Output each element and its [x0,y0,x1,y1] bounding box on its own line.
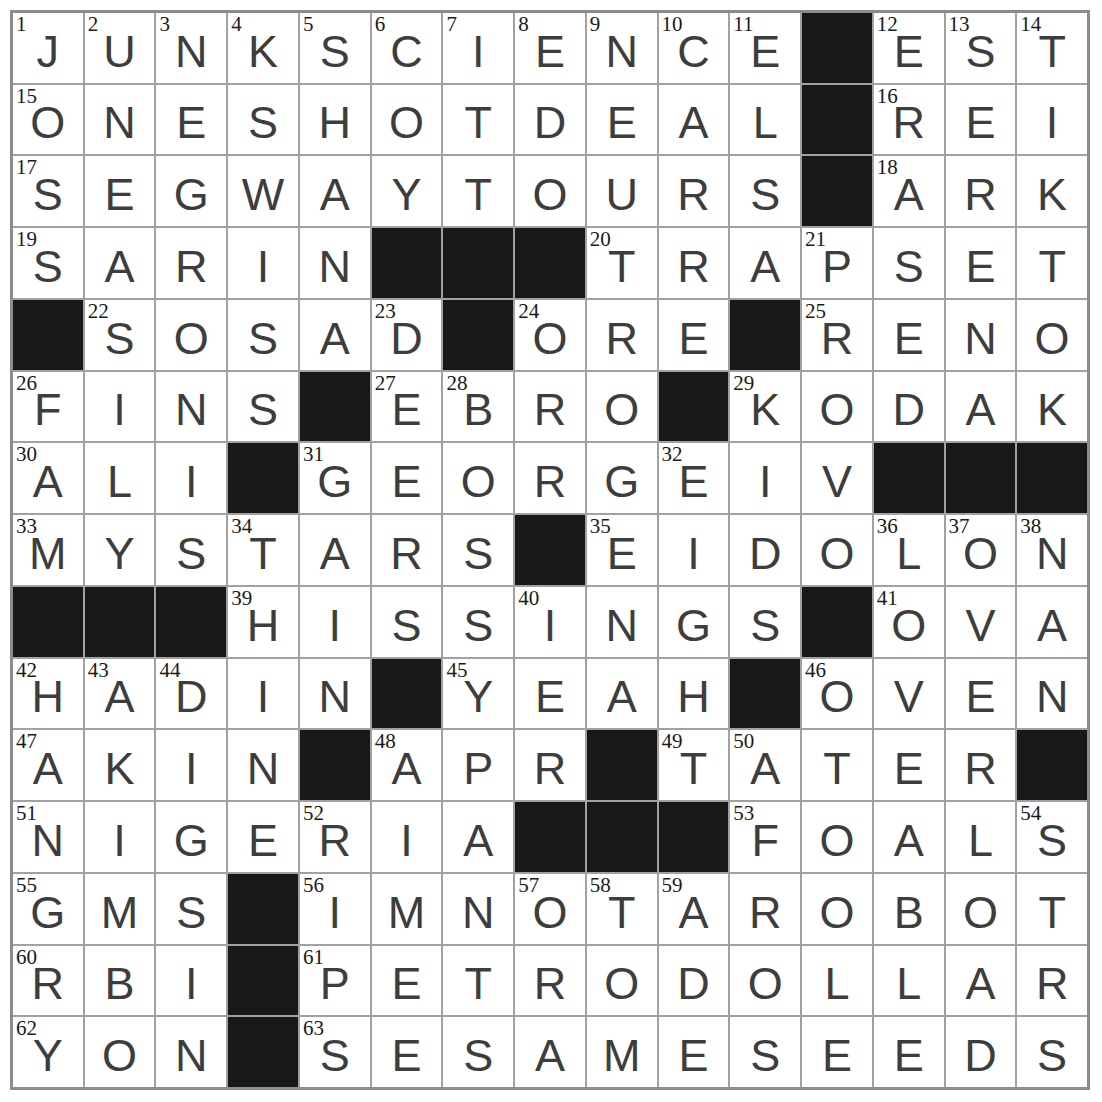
cell-letter: Y [443,674,513,719]
cell-r6c6[interactable]: 27E [372,372,442,442]
cell-r11c4[interactable]: N [228,730,298,800]
cell-letter: E [515,29,585,74]
cell-r5c2[interactable]: 22S [85,300,155,370]
cell-r12c14[interactable]: L [946,802,1016,872]
cell-r12c1[interactable]: 51N [13,802,83,872]
black-cell-r2c12 [802,85,872,155]
cell-r11c8[interactable]: R [515,730,585,800]
cell-r2c6[interactable]: O [372,85,442,155]
cell-letter: P [443,746,513,791]
cell-letter: T [802,746,872,791]
cell-r15c15[interactable]: S [1017,1017,1087,1087]
cell-r3c8[interactable]: O [515,156,585,226]
cell-letter: O [443,459,513,504]
cell-letter: H [228,603,298,648]
cell-r1c8[interactable]: 8E [515,13,585,83]
cell-r15c6[interactable]: E [372,1017,442,1087]
cell-r8c5[interactable]: A [300,515,370,585]
cell-r4c13[interactable]: S [874,228,944,298]
cell-r4c15[interactable]: T [1017,228,1087,298]
cell-r8c9[interactable]: 35E [587,515,657,585]
cell-r9c6[interactable]: S [372,587,442,657]
cell-r13c5[interactable]: 56I [300,874,370,944]
cell-r4c3[interactable]: R [156,228,226,298]
cell-r2c10[interactable]: A [659,85,729,155]
cell-letter: A [1017,603,1087,648]
cell-letter: S [228,100,298,145]
cell-letter: N [1017,531,1087,576]
cell-letter: O [156,316,226,361]
black-cell-r3c12 [802,156,872,226]
cell-r15c13[interactable]: E [874,1017,944,1087]
cell-r13c11[interactable]: R [730,874,800,944]
cell-r3c11[interactable]: S [730,156,800,226]
cell-r1c14[interactable]: 13S [946,13,1016,83]
cell-r3c4[interactable]: W [228,156,298,226]
cell-r11c11[interactable]: 50A [730,730,800,800]
cell-r1c13[interactable]: 12E [874,13,944,83]
cell-letter: O [874,603,944,648]
cell-r14c2[interactable]: B [85,946,155,1016]
black-cell-r6c5 [300,372,370,442]
cell-r6c4[interactable]: S [228,372,298,442]
cell-r12c5[interactable]: 52R [300,802,370,872]
cell-r13c8[interactable]: 57O [515,874,585,944]
cell-r10c3[interactable]: 44D [156,659,226,729]
cell-r9c11[interactable]: S [730,587,800,657]
cell-letter: N [443,890,513,935]
cell-r14c15[interactable]: R [1017,946,1087,1016]
black-cell-r12c9 [587,802,657,872]
cell-r3c9[interactable]: U [587,156,657,226]
cell-r2c7[interactable]: T [443,85,513,155]
cell-letter: E [802,1033,872,1078]
cell-letter: G [156,818,226,863]
cell-r1c10[interactable]: 10C [659,13,729,83]
cell-r6c2[interactable]: I [85,372,155,442]
black-cell-r9c2 [85,587,155,657]
cell-letter: L [85,459,155,504]
cell-letter: E [228,818,298,863]
cell-letter: K [228,29,298,74]
cell-letter: A [874,172,944,217]
cell-r8c10[interactable]: I [659,515,729,585]
cell-r10c9[interactable]: A [587,659,657,729]
cell-r6c14[interactable]: A [946,372,1016,442]
black-cell-r10c11 [730,659,800,729]
cell-r14c14[interactable]: A [946,946,1016,1016]
cell-r7c12[interactable]: V [802,443,872,513]
cell-letter: O [802,387,872,432]
cell-r2c4[interactable]: S [228,85,298,155]
cell-r7c2[interactable]: L [85,443,155,513]
black-cell-r4c8 [515,228,585,298]
cell-letter: V [802,459,872,504]
cell-letter: D [156,674,226,719]
cell-r7c3[interactable]: I [156,443,226,513]
cell-r9c5[interactable]: I [300,587,370,657]
cell-r10c10[interactable]: H [659,659,729,729]
cell-r4c10[interactable]: R [659,228,729,298]
cell-letter: O [85,1033,155,1078]
cell-letter: R [730,890,800,935]
cell-letter: R [515,459,585,504]
cell-letter: D [372,316,442,361]
cell-r1c11[interactable]: 11E [730,13,800,83]
black-cell-r7c15 [1017,443,1087,513]
cell-r6c11[interactable]: 29K [730,372,800,442]
cell-r9c14[interactable]: V [946,587,1016,657]
cell-letter: E [874,746,944,791]
cell-letter: S [1017,818,1087,863]
cell-letter: I [156,961,226,1006]
cell-r2c8[interactable]: D [515,85,585,155]
cell-r6c7[interactable]: 28B [443,372,513,442]
black-cell-r1c12 [802,13,872,83]
cell-r8c4[interactable]: 34T [228,515,298,585]
cell-r1c4[interactable]: 4K [228,13,298,83]
cell-r13c10[interactable]: 59A [659,874,729,944]
cell-r1c5[interactable]: 5S [300,13,370,83]
cell-r5c5[interactable]: A [300,300,370,370]
cell-r13c13[interactable]: B [874,874,944,944]
cell-letter: U [85,29,155,74]
cell-letter: E [874,29,944,74]
cell-letter: D [874,387,944,432]
cell-r5c8[interactable]: 24O [515,300,585,370]
cell-r2c1[interactable]: 15O [13,85,83,155]
cell-letter: N [85,100,155,145]
cell-r10c13[interactable]: V [874,659,944,729]
cell-r14c3[interactable]: I [156,946,226,1016]
cell-letter: A [730,244,800,289]
cell-r6c12[interactable]: O [802,372,872,442]
cell-r5c13[interactable]: E [874,300,944,370]
cell-letter: O [1017,316,1087,361]
black-cell-r7c13 [874,443,944,513]
cell-r11c2[interactable]: K [85,730,155,800]
cell-r4c5[interactable]: N [300,228,370,298]
cell-r13c3[interactable]: S [156,874,226,944]
cell-r8c13[interactable]: 36L [874,515,944,585]
cell-r14c13[interactable]: L [874,946,944,1016]
cell-r13c2[interactable]: M [85,874,155,944]
cell-r2c5[interactable]: H [300,85,370,155]
cell-letter: S [443,603,513,648]
cell-letter: R [13,961,83,1006]
cell-r3c1[interactable]: 17S [13,156,83,226]
cell-r5c14[interactable]: N [946,300,1016,370]
cell-r12c13[interactable]: A [874,802,944,872]
cell-letter: S [228,316,298,361]
cell-r4c12[interactable]: 21P [802,228,872,298]
cell-r14c9[interactable]: O [587,946,657,1016]
cell-r5c10[interactable]: E [659,300,729,370]
cell-letter: A [874,818,944,863]
cell-letter: E [156,100,226,145]
cell-r10c14[interactable]: E [946,659,1016,729]
cell-r2c2[interactable]: N [85,85,155,155]
cell-letter: I [300,890,370,935]
cell-r3c10[interactable]: R [659,156,729,226]
cell-r15c10[interactable]: E [659,1017,729,1087]
black-cell-r12c10 [659,802,729,872]
cell-letter: I [85,818,155,863]
cell-r9c15[interactable]: A [1017,587,1087,657]
cell-letter: A [300,172,370,217]
cell-r3c13[interactable]: 18A [874,156,944,226]
cell-r3c2[interactable]: E [85,156,155,226]
cell-letter: O [372,100,442,145]
cell-letter: Y [13,1033,83,1078]
cell-r5c6[interactable]: 23D [372,300,442,370]
cell-r7c11[interactable]: I [730,443,800,513]
cell-letter: S [13,244,83,289]
cell-letter: K [1017,387,1087,432]
black-cell-r5c11 [730,300,800,370]
cell-r15c1[interactable]: 62Y [13,1017,83,1087]
cell-r15c5[interactable]: 63S [300,1017,370,1087]
cell-letter: E [659,316,729,361]
cell-letter: O [587,961,657,1006]
cell-r11c14[interactable]: R [946,730,1016,800]
cell-letter: V [946,603,1016,648]
cell-r12c12[interactable]: O [802,802,872,872]
cell-r15c2[interactable]: O [85,1017,155,1087]
cell-r4c14[interactable]: E [946,228,1016,298]
cell-r14c7[interactable]: T [443,946,513,1016]
cell-r10c5[interactable]: N [300,659,370,729]
cell-letter: E [730,29,800,74]
cell-letter: F [730,818,800,863]
cell-r7c8[interactable]: R [515,443,585,513]
cell-r8c3[interactable]: S [156,515,226,585]
cell-r1c2[interactable]: 2U [85,13,155,83]
cell-r13c7[interactable]: N [443,874,513,944]
cell-r7c9[interactable]: G [587,443,657,513]
black-cell-r5c1 [13,300,83,370]
cell-letter: G [300,459,370,504]
cell-r12c15[interactable]: 54S [1017,802,1087,872]
cell-r6c3[interactable]: N [156,372,226,442]
cell-r14c5[interactable]: 61P [300,946,370,1016]
cell-r1c7[interactable]: 7I [443,13,513,83]
cell-r13c1[interactable]: 55G [13,874,83,944]
cell-r1c9[interactable]: 9N [587,13,657,83]
cell-r4c2[interactable]: A [85,228,155,298]
cell-r12c6[interactable]: I [372,802,442,872]
cell-r5c15[interactable]: O [1017,300,1087,370]
cell-letter: E [659,459,729,504]
cell-r1c3[interactable]: 3N [156,13,226,83]
cell-r15c7[interactable]: S [443,1017,513,1087]
cell-r4c1[interactable]: 19S [13,228,83,298]
cell-letter: M [587,1033,657,1078]
cell-r9c9[interactable]: N [587,587,657,657]
cell-r1c15[interactable]: 14T [1017,13,1087,83]
cell-letter: F [13,387,83,432]
cell-r9c13[interactable]: 41O [874,587,944,657]
cell-r12c3[interactable]: G [156,802,226,872]
cell-letter: E [372,387,442,432]
cell-r15c11[interactable]: S [730,1017,800,1087]
cell-letter: S [730,603,800,648]
cell-r6c13[interactable]: D [874,372,944,442]
cell-r3c6[interactable]: Y [372,156,442,226]
cell-letter: N [156,1033,226,1078]
cell-r9c7[interactable]: S [443,587,513,657]
cell-r4c4[interactable]: I [228,228,298,298]
cell-letter: P [802,244,872,289]
cell-r2c9[interactable]: E [587,85,657,155]
black-cell-r8c8 [515,515,585,585]
cell-letter: H [13,674,83,719]
cell-r11c13[interactable]: E [874,730,944,800]
cell-r9c10[interactable]: G [659,587,729,657]
cell-r4c9[interactable]: 20T [587,228,657,298]
cell-r10c1[interactable]: 42H [13,659,83,729]
cell-r8c15[interactable]: 38N [1017,515,1087,585]
cell-r3c7[interactable]: T [443,156,513,226]
cell-letter: R [515,961,585,1006]
cell-r4c11[interactable]: A [730,228,800,298]
cell-r7c6[interactable]: E [372,443,442,513]
cell-letter: H [300,100,370,145]
cell-letter: D [946,1033,1016,1078]
cell-r6c9[interactable]: O [587,372,657,442]
cell-letter: L [802,961,872,1006]
cell-r6c15[interactable]: K [1017,372,1087,442]
cell-r10c7[interactable]: 45Y [443,659,513,729]
cell-r11c7[interactable]: P [443,730,513,800]
cell-r2c14[interactable]: E [946,85,1016,155]
cell-letter: I [443,29,513,74]
cell-letter: A [946,961,1016,1006]
cell-r11c3[interactable]: I [156,730,226,800]
cell-r14c6[interactable]: E [372,946,442,1016]
cell-letter: E [874,316,944,361]
cell-letter: N [300,674,370,719]
cell-r3c3[interactable]: G [156,156,226,226]
cell-r11c12[interactable]: T [802,730,872,800]
cell-r10c8[interactable]: E [515,659,585,729]
cell-r8c1[interactable]: 33M [13,515,83,585]
cell-r10c15[interactable]: N [1017,659,1087,729]
cell-letter: S [300,1033,370,1078]
cell-r9c8[interactable]: 40I [515,587,585,657]
cell-letter: B [443,387,513,432]
cell-r8c11[interactable]: D [730,515,800,585]
cell-letter: O [802,890,872,935]
cell-r2c13[interactable]: 16R [874,85,944,155]
cell-r12c7[interactable]: A [443,802,513,872]
cell-r14c1[interactable]: 60R [13,946,83,1016]
cell-r9c4[interactable]: 39H [228,587,298,657]
cell-r6c1[interactable]: 26F [13,372,83,442]
black-cell-r5c7 [443,300,513,370]
cell-r8c7[interactable]: S [443,515,513,585]
cell-r13c6[interactable]: M [372,874,442,944]
cell-r11c6[interactable]: 48A [372,730,442,800]
cell-letter: C [659,29,729,74]
cell-r15c9[interactable]: M [587,1017,657,1087]
cell-r7c1[interactable]: 30A [13,443,83,513]
cell-letter: R [659,244,729,289]
cell-r1c6[interactable]: 6C [372,13,442,83]
cell-r8c14[interactable]: 37O [946,515,1016,585]
cell-letter: R [946,172,1016,217]
cell-letter: T [587,244,657,289]
cell-r2c11[interactable]: L [730,85,800,155]
cell-letter: G [587,459,657,504]
cell-letter: E [946,674,1016,719]
cell-r12c2[interactable]: I [85,802,155,872]
cell-r8c12[interactable]: O [802,515,872,585]
cell-r11c1[interactable]: 47A [13,730,83,800]
cell-letter: M [372,890,442,935]
cell-r10c4[interactable]: I [228,659,298,729]
cell-letter: L [730,100,800,145]
cell-r10c2[interactable]: 43A [85,659,155,729]
crossword-grid: 1J2U3N4K5S6C7I8E9N10C11E12E13S14T15ONESH… [10,10,1090,1090]
cell-r5c9[interactable]: R [587,300,657,370]
cell-r15c12[interactable]: E [802,1017,872,1087]
cell-r14c12[interactable]: L [802,946,872,1016]
cell-r13c12[interactable]: O [802,874,872,944]
cell-letter: P [300,961,370,1006]
cell-r1c1[interactable]: 1J [13,13,83,83]
cell-r14c10[interactable]: D [659,946,729,1016]
cell-r5c12[interactable]: 25R [802,300,872,370]
cell-letter: G [659,603,729,648]
cell-r15c3[interactable]: N [156,1017,226,1087]
cell-r14c11[interactable]: O [730,946,800,1016]
cell-letter: O [802,531,872,576]
cell-r14c8[interactable]: R [515,946,585,1016]
cell-r5c3[interactable]: O [156,300,226,370]
cell-r3c14[interactable]: R [946,156,1016,226]
cell-r7c7[interactable]: O [443,443,513,513]
cell-r6c8[interactable]: R [515,372,585,442]
black-cell-r4c7 [443,228,513,298]
cell-r2c15[interactable]: I [1017,85,1087,155]
cell-r5c4[interactable]: S [228,300,298,370]
cell-letter: S [443,531,513,576]
cell-r2c3[interactable]: E [156,85,226,155]
cell-r8c2[interactable]: Y [85,515,155,585]
cell-letter: S [874,244,944,289]
cell-r15c8[interactable]: A [515,1017,585,1087]
cell-r11c10[interactable]: 49T [659,730,729,800]
cell-r12c4[interactable]: E [228,802,298,872]
cell-letter: A [443,818,513,863]
cell-r3c5[interactable]: A [300,156,370,226]
cell-r13c15[interactable]: T [1017,874,1087,944]
cell-r3c15[interactable]: K [1017,156,1087,226]
cell-r10c12[interactable]: 46O [802,659,872,729]
cell-letter: I [156,746,226,791]
cell-r12c11[interactable]: 53F [730,802,800,872]
cell-r13c9[interactable]: 58T [587,874,657,944]
cell-r7c10[interactable]: 32E [659,443,729,513]
cell-r8c6[interactable]: R [372,515,442,585]
cell-letter: O [515,316,585,361]
cell-r13c14[interactable]: O [946,874,1016,944]
cell-r15c14[interactable]: D [946,1017,1016,1087]
cell-letter: I [85,387,155,432]
cell-r7c5[interactable]: 31G [300,443,370,513]
cell-letter: J [13,29,83,74]
